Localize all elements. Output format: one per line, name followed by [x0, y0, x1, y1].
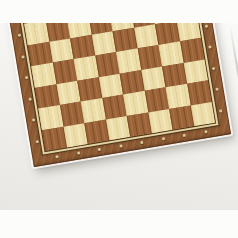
brass-pin-dot — [119, 144, 122, 147]
brass-pin-dot — [17, 34, 20, 37]
brass-pin-dot — [31, 119, 34, 122]
brass-pin-dot — [55, 154, 58, 157]
brass-pin-dot — [218, 109, 221, 112]
brass-pin-dot — [24, 76, 27, 79]
brass-pin-dot — [98, 147, 101, 150]
brass-pin-dot — [21, 55, 24, 58]
photo-crop-area — [0, 23, 238, 210]
brass-pin-dot — [215, 88, 218, 91]
brass-pin-dot — [211, 67, 214, 70]
brass-pin-dot — [204, 24, 207, 27]
square-h1 — [190, 101, 215, 126]
chess-board — [1, 23, 231, 167]
brass-pin-dot — [140, 140, 143, 143]
brass-pin-dot — [208, 46, 211, 49]
board-squares — [17, 23, 215, 151]
brass-pin-dot — [77, 151, 80, 154]
brass-pin-dot — [35, 140, 38, 143]
brass-pin-dot — [183, 133, 186, 136]
product-photo — [0, 0, 238, 238]
brass-pin-dot — [161, 137, 164, 140]
brass-pin-dot — [204, 130, 207, 133]
brass-pin-dot — [28, 97, 31, 100]
